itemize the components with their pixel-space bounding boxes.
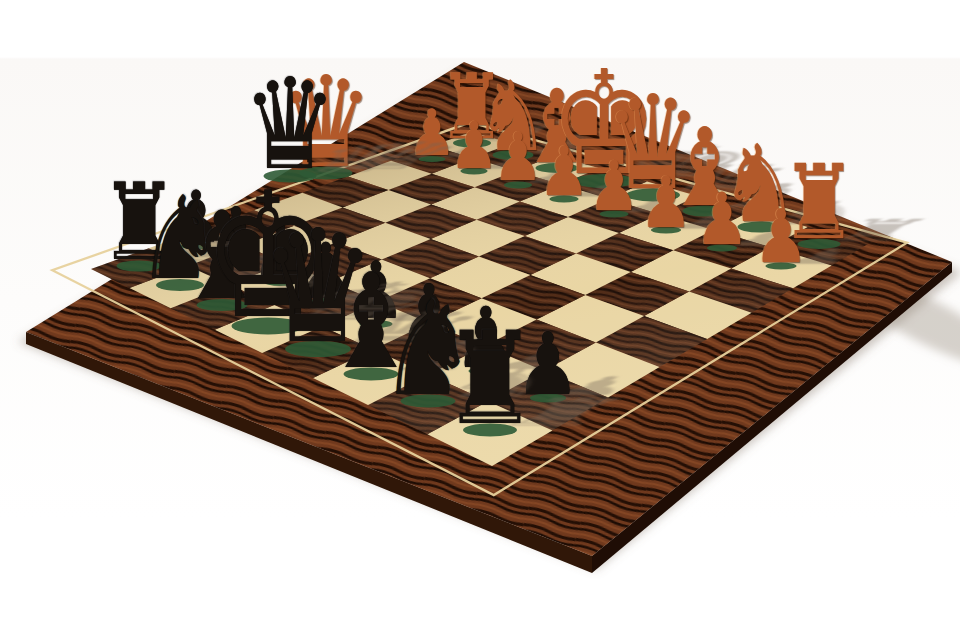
pawn-glyph: ♟ — [639, 167, 692, 238]
rook-glyph: ♜ — [442, 315, 538, 443]
chess-pieces-layer: ♜♜♞♞♝♝♛♛♚♚♝♝♞♞♜♜♟♟♟♟♟♟♟♟♟♟♟♟♟♟♟♟♟♟♟♟♟♟♟♟… — [0, 0, 960, 640]
pawn-glyph: ♟ — [754, 199, 810, 273]
pawn-glyph: ♟ — [588, 152, 640, 221]
pawn-glyph: ♟ — [695, 183, 749, 255]
pawn-glyph: ♟ — [492, 124, 542, 191]
product-photo-stage: ♜♜♞♞♝♝♛♛♚♚♝♝♞♞♜♜♟♟♟♟♟♟♟♟♟♟♟♟♟♟♟♟♟♟♟♟♟♟♟♟… — [0, 0, 960, 640]
pawn-glyph: ♟ — [539, 138, 590, 206]
